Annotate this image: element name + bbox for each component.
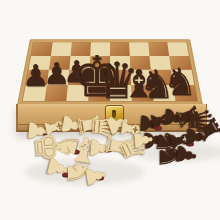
- dark-knight-on-h5: ♞: [163, 63, 197, 101]
- board-square: [148, 42, 169, 55]
- board-square: [31, 42, 53, 55]
- pile-piece: ♟: [81, 162, 111, 189]
- pile-piece: ♟: [171, 141, 201, 168]
- chess-set-photo: ♟♟♟♚♛♝♞♞ ♟♝♟♜♛♟♝♚♞♝♟♜♛♟♞♟ ♟♝♟♜♛♟♞♝♟♜♞♟♟: [0, 0, 220, 220]
- pile-piece: ♟: [130, 128, 156, 152]
- board-square: [167, 42, 189, 55]
